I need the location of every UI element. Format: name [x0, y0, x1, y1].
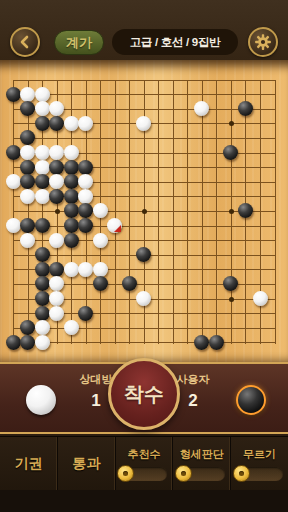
place-stone-label: 착수	[124, 381, 164, 408]
white-stone	[20, 233, 35, 248]
coin-icon	[175, 465, 192, 482]
black-stone	[35, 291, 50, 306]
black-stone	[64, 189, 79, 204]
game-info-text: 고급 / 호선 / 9집반	[130, 35, 221, 50]
back-button[interactable]	[10, 27, 40, 57]
white-stone	[93, 203, 108, 218]
star-point	[142, 209, 147, 214]
black-stone	[64, 203, 79, 218]
white-stone	[49, 101, 64, 116]
go-app-screen: 계가 고급 / 호선 / 9집반 상대방 1 착수 사용자	[0, 0, 288, 512]
user-label: 사용자	[163, 372, 223, 387]
resign-button[interactable]: 기권	[0, 437, 58, 490]
black-stone	[194, 335, 209, 350]
grid-line-v	[158, 80, 159, 344]
black-stone	[223, 145, 238, 160]
white-stone	[64, 262, 79, 277]
black-stone	[35, 262, 50, 277]
black-stone	[35, 218, 50, 233]
black-stone	[20, 130, 35, 145]
white-stone	[35, 320, 50, 335]
settings-button[interactable]	[248, 27, 278, 57]
user-capture-count: 2	[163, 391, 223, 411]
star-point	[55, 209, 60, 214]
grid-line-v	[275, 80, 276, 344]
white-stone	[20, 87, 35, 102]
black-stone	[20, 174, 35, 189]
black-stone	[20, 335, 35, 350]
hint-coin-meter	[121, 467, 167, 481]
grid-line-v	[115, 80, 116, 344]
undo-label: 무르기	[243, 447, 276, 462]
black-stone	[78, 306, 93, 321]
black-stone	[49, 262, 64, 277]
white-stone	[49, 306, 64, 321]
black-stone	[49, 160, 64, 175]
black-stone	[20, 160, 35, 175]
grid-line-v	[173, 80, 174, 344]
star-point	[229, 297, 234, 302]
back-chevron-icon	[17, 34, 33, 50]
score-count-label: 계가	[66, 34, 92, 52]
white-stone	[78, 189, 93, 204]
white-stone	[6, 174, 21, 189]
grid-line-h	[13, 226, 276, 227]
judge-button[interactable]: 형세판단	[173, 437, 231, 490]
gear-icon	[254, 33, 272, 51]
black-stone	[20, 320, 35, 335]
grid-line-v	[28, 80, 29, 344]
black-stone	[78, 203, 93, 218]
white-stone	[35, 145, 50, 160]
judge-coin-meter	[179, 467, 225, 481]
go-board[interactable]	[0, 60, 288, 362]
coin-icon	[117, 465, 134, 482]
white-stone	[78, 262, 93, 277]
white-stone-icon	[26, 385, 56, 415]
white-stone	[93, 233, 108, 248]
black-stone	[122, 276, 137, 291]
white-stone	[35, 160, 50, 175]
white-stone	[64, 320, 79, 335]
grid-line-v	[202, 80, 203, 344]
grid-line-v	[187, 80, 188, 344]
black-stone	[209, 335, 224, 350]
black-stone	[223, 276, 238, 291]
coin-icon	[233, 465, 250, 482]
judge-label: 형세판단	[180, 447, 224, 462]
top-bar: 계가 고급 / 호선 / 9집반	[0, 0, 288, 60]
white-stone	[136, 291, 151, 306]
pass-button[interactable]: 통과	[58, 437, 116, 490]
last-move-marker	[114, 225, 121, 232]
action-bar: 기권 통과 추천수 형세판단 무르기	[0, 436, 288, 490]
black-stone	[238, 203, 253, 218]
black-stone	[6, 87, 21, 102]
white-stone	[6, 218, 21, 233]
black-stone	[136, 247, 151, 262]
black-stone	[49, 189, 64, 204]
white-stone	[35, 101, 50, 116]
grid-line-h	[13, 342, 276, 343]
black-stone	[20, 101, 35, 116]
white-stone	[64, 145, 79, 160]
grid-line-v	[129, 80, 130, 344]
black-stone	[64, 233, 79, 248]
user-info: 사용자 2	[163, 372, 223, 411]
black-stone	[6, 145, 21, 160]
resign-label: 기권	[14, 455, 42, 473]
black-stone	[64, 174, 79, 189]
white-stone	[20, 145, 35, 160]
white-stone	[64, 116, 79, 131]
star-point	[229, 121, 234, 126]
game-info-title: 고급 / 호선 / 9집반	[112, 29, 238, 55]
white-stone	[20, 189, 35, 204]
white-stone	[49, 145, 64, 160]
white-stone	[49, 276, 64, 291]
black-stone	[35, 247, 50, 262]
hint-label: 추천수	[127, 447, 160, 462]
white-stone	[93, 262, 108, 277]
black-stone	[35, 276, 50, 291]
black-stone	[78, 218, 93, 233]
star-point	[229, 209, 234, 214]
hint-button[interactable]: 추천수	[116, 437, 174, 490]
grid-line-v	[216, 80, 217, 344]
white-stone	[49, 291, 64, 306]
black-stone	[238, 101, 253, 116]
grid-line-v	[13, 80, 14, 344]
white-stone	[49, 233, 64, 248]
undo-coin-meter	[237, 467, 283, 481]
white-stone	[78, 116, 93, 131]
black-stone	[64, 160, 79, 175]
white-stone	[35, 87, 50, 102]
white-stone	[253, 291, 268, 306]
white-stone	[107, 218, 122, 233]
white-stone	[35, 189, 50, 204]
black-stone-turn-icon	[236, 385, 266, 415]
undo-button[interactable]: 무르기	[231, 437, 288, 490]
grid-line-h	[13, 328, 276, 329]
black-stone	[35, 306, 50, 321]
black-stone	[6, 335, 21, 350]
black-stone	[49, 116, 64, 131]
score-count-button[interactable]: 계가	[54, 30, 104, 55]
pass-label: 통과	[72, 455, 100, 473]
white-stone	[194, 101, 209, 116]
player-panel: 상대방 1 착수 사용자 2	[0, 362, 288, 434]
white-stone	[78, 174, 93, 189]
white-stone	[35, 335, 50, 350]
black-stone	[78, 160, 93, 175]
black-stone	[35, 116, 50, 131]
black-stone	[20, 218, 35, 233]
black-stone	[93, 276, 108, 291]
white-stone	[136, 116, 151, 131]
bottom-spacer	[0, 490, 288, 512]
white-stone	[49, 174, 64, 189]
black-stone	[35, 174, 50, 189]
black-stone	[64, 218, 79, 233]
